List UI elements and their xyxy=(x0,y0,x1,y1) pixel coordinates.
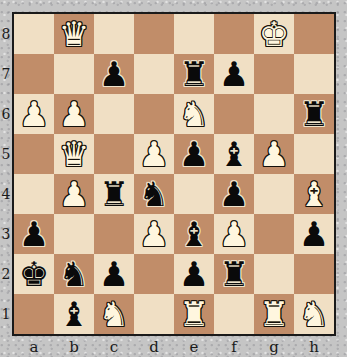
square-a8[interactable] xyxy=(14,14,54,54)
square-c8[interactable] xyxy=(94,14,134,54)
square-h2[interactable] xyxy=(294,254,334,294)
square-h1[interactable]: ♞ xyxy=(294,294,334,334)
square-d5[interactable]: ♟ xyxy=(134,134,174,174)
rank-label-6: 6 xyxy=(0,94,12,134)
square-e5[interactable]: ♟ xyxy=(174,134,214,174)
black-king[interactable]: ♚ xyxy=(19,254,49,294)
square-d3[interactable]: ♟ xyxy=(134,214,174,254)
black-rook[interactable]: ♜ xyxy=(219,254,249,294)
white-pawn[interactable]: ♟ xyxy=(259,134,289,174)
black-pawn[interactable]: ♟ xyxy=(179,254,209,294)
square-h8[interactable] xyxy=(294,14,334,54)
square-g7[interactable] xyxy=(254,54,294,94)
white-bishop[interactable]: ♝ xyxy=(299,174,329,214)
square-d4[interactable]: ♞ xyxy=(134,174,174,214)
square-c1[interactable]: ♞ xyxy=(94,294,134,334)
black-pawn[interactable]: ♟ xyxy=(299,214,329,254)
file-label-g: g xyxy=(254,336,294,357)
black-pawn[interactable]: ♟ xyxy=(179,134,209,174)
square-h4[interactable]: ♝ xyxy=(294,174,334,214)
white-pawn[interactable]: ♟ xyxy=(219,214,249,254)
black-rook[interactable]: ♜ xyxy=(99,174,129,214)
white-pawn[interactable]: ♟ xyxy=(59,94,89,134)
square-g8[interactable]: ♚ xyxy=(254,14,294,54)
black-rook[interactable]: ♜ xyxy=(179,54,209,94)
square-b3[interactable] xyxy=(54,214,94,254)
file-label-c: c xyxy=(94,336,134,357)
square-f5[interactable]: ♝ xyxy=(214,134,254,174)
square-f8[interactable] xyxy=(214,14,254,54)
black-knight[interactable]: ♞ xyxy=(139,174,169,214)
white-knight[interactable]: ♞ xyxy=(179,94,209,134)
square-c5[interactable] xyxy=(94,134,134,174)
square-a4[interactable] xyxy=(14,174,54,214)
square-b4[interactable]: ♟ xyxy=(54,174,94,214)
square-g2[interactable] xyxy=(254,254,294,294)
file-label-b: b xyxy=(54,336,94,357)
chess-board: ♛♚♟♜♟♟♟♞♜♛♟♟♝♟♟♜♞♟♝♟♟♝♟♟♚♞♟♟♜♝♞♜♜♞ xyxy=(12,12,336,336)
square-h3[interactable]: ♟ xyxy=(294,214,334,254)
rank-labels: 87654321 xyxy=(0,14,12,334)
square-a2[interactable]: ♚ xyxy=(14,254,54,294)
rank-label-5: 5 xyxy=(0,134,12,174)
square-b7[interactable] xyxy=(54,54,94,94)
white-rook[interactable]: ♜ xyxy=(179,294,209,334)
square-e8[interactable] xyxy=(174,14,214,54)
white-rook[interactable]: ♜ xyxy=(259,294,289,334)
square-d1[interactable] xyxy=(134,294,174,334)
rank-label-2: 2 xyxy=(0,254,12,294)
file-label-a: a xyxy=(14,336,54,357)
white-pawn[interactable]: ♟ xyxy=(19,94,49,134)
square-b6[interactable]: ♟ xyxy=(54,94,94,134)
white-queen[interactable]: ♛ xyxy=(59,134,89,174)
square-b2[interactable]: ♞ xyxy=(54,254,94,294)
file-label-d: d xyxy=(134,336,174,357)
black-rook[interactable]: ♜ xyxy=(299,94,329,134)
square-h6[interactable]: ♜ xyxy=(294,94,334,134)
square-f6[interactable] xyxy=(214,94,254,134)
square-b8[interactable]: ♛ xyxy=(54,14,94,54)
square-a1[interactable] xyxy=(14,294,54,334)
black-pawn[interactable]: ♟ xyxy=(219,54,249,94)
square-b1[interactable]: ♝ xyxy=(54,294,94,334)
black-pawn[interactable]: ♟ xyxy=(19,214,49,254)
square-e1[interactable]: ♜ xyxy=(174,294,214,334)
black-bishop[interactable]: ♝ xyxy=(219,134,249,174)
square-d2[interactable] xyxy=(134,254,174,294)
square-a3[interactable]: ♟ xyxy=(14,214,54,254)
square-f2[interactable]: ♜ xyxy=(214,254,254,294)
square-e2[interactable]: ♟ xyxy=(174,254,214,294)
square-g5[interactable]: ♟ xyxy=(254,134,294,174)
square-c2[interactable]: ♟ xyxy=(94,254,134,294)
white-knight[interactable]: ♞ xyxy=(299,294,329,334)
square-c7[interactable]: ♟ xyxy=(94,54,134,94)
square-e3[interactable]: ♝ xyxy=(174,214,214,254)
white-pawn[interactable]: ♟ xyxy=(139,134,169,174)
file-label-f: f xyxy=(214,336,254,357)
square-f1[interactable] xyxy=(214,294,254,334)
square-h5[interactable] xyxy=(294,134,334,174)
square-h7[interactable] xyxy=(294,54,334,94)
square-a5[interactable] xyxy=(14,134,54,174)
rank-label-1: 1 xyxy=(0,294,12,334)
file-label-h: h xyxy=(294,336,334,357)
square-a7[interactable] xyxy=(14,54,54,94)
square-d7[interactable] xyxy=(134,54,174,94)
board-frame: 87654321 ♛♚♟♜♟♟♟♞♜♛♟♟♝♟♟♜♞♟♝♟♟♝♟♟♚♞♟♟♜♝♞… xyxy=(0,0,347,357)
square-f4[interactable]: ♟ xyxy=(214,174,254,214)
file-label-e: e xyxy=(174,336,214,357)
white-knight[interactable]: ♞ xyxy=(99,294,129,334)
square-g3[interactable] xyxy=(254,214,294,254)
square-g4[interactable] xyxy=(254,174,294,214)
rank-label-7: 7 xyxy=(0,54,12,94)
black-pawn[interactable]: ♟ xyxy=(99,54,129,94)
square-c6[interactable] xyxy=(94,94,134,134)
square-d6[interactable] xyxy=(134,94,174,134)
file-labels: abcdefgh xyxy=(14,336,334,357)
square-g6[interactable] xyxy=(254,94,294,134)
black-pawn[interactable]: ♟ xyxy=(219,174,249,214)
square-e4[interactable] xyxy=(174,174,214,214)
square-a6[interactable]: ♟ xyxy=(14,94,54,134)
square-d8[interactable] xyxy=(134,14,174,54)
square-f3[interactable]: ♟ xyxy=(214,214,254,254)
rank-label-8: 8 xyxy=(0,14,12,54)
rank-label-3: 3 xyxy=(0,214,12,254)
black-bishop[interactable]: ♝ xyxy=(179,214,209,254)
white-pawn[interactable]: ♟ xyxy=(139,214,169,254)
square-g1[interactable]: ♜ xyxy=(254,294,294,334)
black-knight[interactable]: ♞ xyxy=(59,254,89,294)
black-bishop[interactable]: ♝ xyxy=(59,294,89,334)
square-c4[interactable]: ♜ xyxy=(94,174,134,214)
square-f7[interactable]: ♟ xyxy=(214,54,254,94)
white-king[interactable]: ♚ xyxy=(259,14,289,54)
black-pawn[interactable]: ♟ xyxy=(99,254,129,294)
square-e7[interactable]: ♜ xyxy=(174,54,214,94)
square-b5[interactable]: ♛ xyxy=(54,134,94,174)
square-c3[interactable] xyxy=(94,214,134,254)
white-pawn[interactable]: ♟ xyxy=(59,174,89,214)
rank-label-4: 4 xyxy=(0,174,12,214)
square-e6[interactable]: ♞ xyxy=(174,94,214,134)
white-queen[interactable]: ♛ xyxy=(59,14,89,54)
